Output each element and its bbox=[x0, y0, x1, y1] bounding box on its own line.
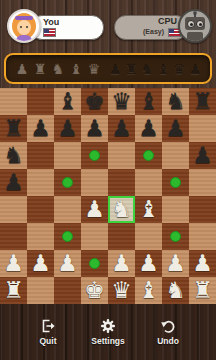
black-knight[interactable]: ♞ bbox=[162, 88, 189, 115]
black-rook[interactable]: ♜ bbox=[189, 88, 216, 115]
ghost-black-pawn-icon: ♟ bbox=[187, 62, 203, 76]
square-r4c6[interactable] bbox=[162, 196, 189, 223]
square-r3c6[interactable] bbox=[162, 169, 189, 196]
white-bishop[interactable]: ♝ bbox=[135, 277, 162, 304]
white-pawn[interactable]: ♟ bbox=[0, 250, 27, 277]
opponent-difficulty: (Easy) bbox=[143, 28, 164, 35]
black-rook[interactable]: ♜ bbox=[0, 115, 27, 142]
exit-icon bbox=[40, 318, 56, 334]
square-r2c5[interactable] bbox=[135, 142, 162, 169]
square-r5c0[interactable] bbox=[0, 223, 27, 250]
white-pawn[interactable]: ♟ bbox=[162, 250, 189, 277]
player-avatar bbox=[7, 9, 41, 43]
square-r2c1[interactable] bbox=[27, 142, 54, 169]
square-r4c1[interactable] bbox=[27, 196, 54, 223]
opponent-name: CPU bbox=[158, 16, 177, 26]
white-knight[interactable]: ♞ bbox=[108, 196, 135, 223]
ghost-black-knight-icon: ♞ bbox=[139, 62, 155, 76]
square-r3c5[interactable] bbox=[135, 169, 162, 196]
square-r5c2[interactable] bbox=[54, 223, 81, 250]
square-r2c3[interactable] bbox=[81, 142, 108, 169]
player-name: You bbox=[43, 17, 59, 27]
white-pawn[interactable]: ♟ bbox=[108, 250, 135, 277]
undo-button[interactable]: Undo bbox=[146, 318, 190, 346]
square-r2c7[interactable]: ♟ bbox=[189, 142, 216, 169]
robot-body bbox=[187, 32, 203, 42]
black-pawn[interactable]: ♟ bbox=[189, 142, 216, 169]
square-r5c4[interactable] bbox=[108, 223, 135, 250]
square-r4c0[interactable] bbox=[0, 196, 27, 223]
avatar-shirt bbox=[16, 35, 32, 43]
undo-label: Undo bbox=[157, 336, 179, 346]
square-r6c6[interactable]: ♟ bbox=[162, 250, 189, 277]
square-r6c7[interactable]: ♟ bbox=[189, 250, 216, 277]
square-r0c7[interactable]: ♜ bbox=[189, 88, 216, 115]
square-r1c1[interactable]: ♟ bbox=[27, 115, 54, 142]
ghost-white-bishop-icon: ♝ bbox=[67, 62, 85, 76]
black-pawn[interactable]: ♟ bbox=[27, 115, 54, 142]
square-r2c6[interactable] bbox=[162, 142, 189, 169]
square-r7c5[interactable]: ♝ bbox=[135, 277, 162, 304]
square-r1c7[interactable] bbox=[189, 115, 216, 142]
square-r7c1[interactable] bbox=[27, 277, 54, 304]
black-bishop[interactable]: ♝ bbox=[135, 88, 162, 115]
chess-app: You CPU (Easy) ♟♜♞♝♛ ♟♜♞♝♛♟ ♝♚♛♝♞♜♜♟♟♟♟♟… bbox=[0, 0, 216, 360]
square-r6c4[interactable]: ♟ bbox=[108, 250, 135, 277]
player-bar: You CPU (Easy) bbox=[0, 0, 216, 50]
square-r3c2[interactable] bbox=[54, 169, 81, 196]
square-r0c6[interactable]: ♞ bbox=[162, 88, 189, 115]
ghost-white-rook-icon: ♜ bbox=[31, 62, 49, 76]
square-r0c0[interactable] bbox=[0, 88, 27, 115]
square-r6c2[interactable]: ♟ bbox=[54, 250, 81, 277]
ghost-black-queen-icon: ♛ bbox=[171, 62, 187, 76]
square-r4c7[interactable] bbox=[189, 196, 216, 223]
square-r7c4[interactable]: ♛ bbox=[108, 277, 135, 304]
square-r0c5[interactable]: ♝ bbox=[135, 88, 162, 115]
square-r0c4[interactable]: ♛ bbox=[108, 88, 135, 115]
ghost-black-pawn-icon: ♟ bbox=[107, 62, 123, 76]
square-r5c3[interactable] bbox=[81, 223, 108, 250]
avatar-eye bbox=[20, 26, 22, 28]
square-r4c2[interactable] bbox=[54, 196, 81, 223]
settings-button[interactable]: Settings bbox=[86, 318, 130, 346]
avatar-face bbox=[17, 20, 31, 35]
chess-board[interactable]: ♝♚♛♝♞♜♜♟♟♟♟♟♟♞♟♟♟♞♝♟♟♟♟♟♟♟♜♚♛♝♞♜ bbox=[0, 88, 216, 304]
black-pawn[interactable]: ♟ bbox=[0, 169, 27, 196]
player-flag-icon bbox=[43, 28, 56, 37]
quit-button[interactable]: Quit bbox=[26, 318, 70, 346]
square-r5c6[interactable] bbox=[162, 223, 189, 250]
robot-pupil bbox=[199, 23, 202, 26]
square-r0c2[interactable]: ♝ bbox=[54, 88, 81, 115]
black-pawn[interactable]: ♟ bbox=[108, 115, 135, 142]
square-r6c5[interactable]: ♟ bbox=[135, 250, 162, 277]
white-pawn[interactable]: ♟ bbox=[81, 196, 108, 223]
square-r4c5[interactable]: ♝ bbox=[135, 196, 162, 223]
square-r0c3[interactable]: ♚ bbox=[81, 88, 108, 115]
square-r3c4[interactable] bbox=[108, 169, 135, 196]
capture-tray-white-ghosts: ♟♜♞♝♛ bbox=[13, 62, 103, 76]
black-king[interactable]: ♚ bbox=[81, 88, 108, 115]
white-rook[interactable]: ♜ bbox=[0, 277, 27, 304]
robot-pupil bbox=[190, 23, 193, 26]
white-queen[interactable]: ♛ bbox=[108, 277, 135, 304]
ghost-black-rook-icon: ♜ bbox=[123, 62, 139, 76]
square-r0c1[interactable] bbox=[27, 88, 54, 115]
gear-icon bbox=[100, 318, 116, 334]
square-r6c1[interactable]: ♟ bbox=[27, 250, 54, 277]
square-r7c3[interactable]: ♚ bbox=[81, 277, 108, 304]
square-r5c1[interactable] bbox=[27, 223, 54, 250]
square-r2c0[interactable]: ♞ bbox=[0, 142, 27, 169]
black-bishop[interactable]: ♝ bbox=[54, 88, 81, 115]
white-bishop[interactable]: ♝ bbox=[135, 196, 162, 223]
square-r2c4[interactable] bbox=[108, 142, 135, 169]
square-r1c6[interactable]: ♟ bbox=[162, 115, 189, 142]
black-knight[interactable]: ♞ bbox=[0, 142, 27, 169]
square-r7c2[interactable] bbox=[54, 277, 81, 304]
capture-tray: ♟♜♞♝♛ ♟♜♞♝♛♟ bbox=[4, 53, 212, 84]
black-queen[interactable]: ♛ bbox=[108, 88, 135, 115]
square-r1c3[interactable]: ♟ bbox=[81, 115, 108, 142]
square-r7c7[interactable]: ♜ bbox=[189, 277, 216, 304]
legal-move-dot[interactable] bbox=[62, 231, 73, 242]
square-r4c3[interactable]: ♟ bbox=[81, 196, 108, 223]
square-r1c5[interactable]: ♟ bbox=[135, 115, 162, 142]
white-knight[interactable]: ♞ bbox=[162, 277, 189, 304]
legal-move-dot[interactable] bbox=[170, 177, 181, 188]
black-pawn[interactable]: ♟ bbox=[54, 115, 81, 142]
ghost-black-bishop-icon: ♝ bbox=[155, 62, 171, 76]
square-r6c0[interactable]: ♟ bbox=[0, 250, 27, 277]
white-pawn[interactable]: ♟ bbox=[189, 250, 216, 277]
square-r3c3[interactable] bbox=[81, 169, 108, 196]
flag-canton bbox=[169, 29, 174, 33]
flag-canton bbox=[44, 29, 49, 33]
player-card bbox=[30, 15, 104, 40]
square-r7c0[interactable]: ♜ bbox=[0, 277, 27, 304]
square-r6c3[interactable] bbox=[81, 250, 108, 277]
square-r3c0[interactable]: ♟ bbox=[0, 169, 27, 196]
avatar-eye bbox=[26, 26, 28, 28]
square-r5c5[interactable] bbox=[135, 223, 162, 250]
legal-move-dot[interactable] bbox=[89, 258, 100, 269]
black-pawn[interactable]: ♟ bbox=[162, 115, 189, 142]
footer-bar: Quit Settings Undo bbox=[0, 304, 216, 360]
black-pawn[interactable]: ♟ bbox=[81, 115, 108, 142]
legal-move-dot[interactable] bbox=[170, 231, 181, 242]
square-r3c1[interactable] bbox=[27, 169, 54, 196]
ghost-white-knight-icon: ♞ bbox=[49, 62, 67, 76]
ghost-white-queen-icon: ♛ bbox=[85, 62, 103, 76]
legal-move-dot[interactable] bbox=[89, 150, 100, 161]
white-pawn[interactable]: ♟ bbox=[27, 250, 54, 277]
square-r2c2[interactable] bbox=[54, 142, 81, 169]
robot-eye bbox=[187, 20, 195, 28]
capture-tray-black-ghosts: ♟♜♞♝♛♟ bbox=[107, 62, 203, 76]
square-r1c2[interactable]: ♟ bbox=[54, 115, 81, 142]
square-r4c4[interactable]: ♞ bbox=[108, 196, 135, 223]
quit-label: Quit bbox=[40, 336, 57, 346]
black-pawn[interactable]: ♟ bbox=[135, 115, 162, 142]
square-r3c7[interactable] bbox=[189, 169, 216, 196]
settings-label: Settings bbox=[91, 336, 125, 346]
square-r1c0[interactable]: ♜ bbox=[0, 115, 27, 142]
square-r5c7[interactable] bbox=[189, 223, 216, 250]
undo-icon bbox=[160, 318, 176, 334]
white-king[interactable]: ♚ bbox=[81, 277, 108, 304]
robot-eye bbox=[196, 20, 204, 28]
square-r1c4[interactable]: ♟ bbox=[108, 115, 135, 142]
white-rook[interactable]: ♜ bbox=[189, 277, 216, 304]
opponent-robot-avatar bbox=[178, 9, 212, 43]
legal-move-dot[interactable] bbox=[143, 150, 154, 161]
ghost-white-pawn-icon: ♟ bbox=[13, 62, 31, 76]
legal-move-dot[interactable] bbox=[62, 177, 73, 188]
white-pawn[interactable]: ♟ bbox=[54, 250, 81, 277]
white-pawn[interactable]: ♟ bbox=[135, 250, 162, 277]
square-r7c6[interactable]: ♞ bbox=[162, 277, 189, 304]
